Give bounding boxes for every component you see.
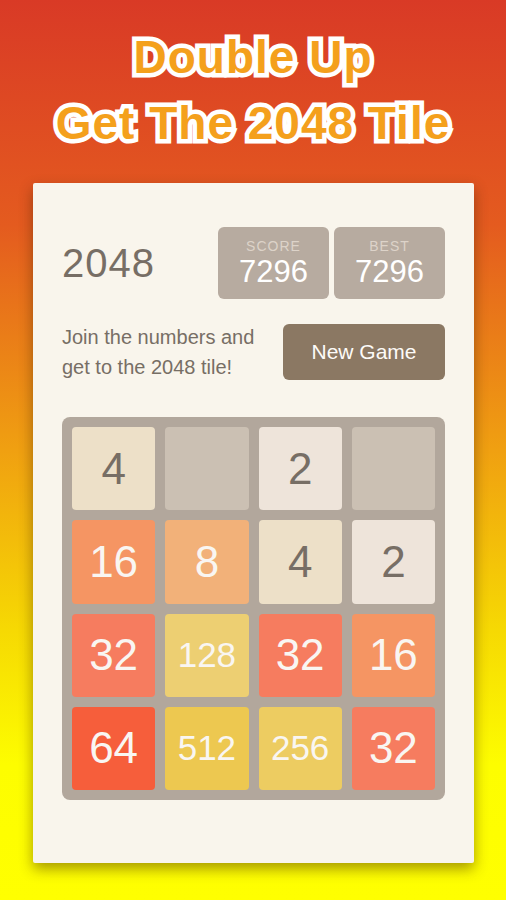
tile-2-r0c2: 2 — [259, 427, 342, 510]
new-game-button[interactable]: New Game — [283, 324, 445, 380]
tile-256-r3c2: 256 — [259, 707, 342, 790]
tile-4-r1c2: 4 — [259, 520, 342, 603]
tile-512-r3c1: 512 — [165, 707, 248, 790]
score-value: 7296 — [218, 254, 329, 290]
intro-line-1: Join the numbers and — [62, 322, 254, 352]
promo-line-1: Double Up — [0, 24, 506, 90]
best-label: BEST — [334, 238, 445, 254]
tile-16-r2c3: 16 — [352, 614, 435, 697]
card-sub-row: Join the numbers and get to the 2048 til… — [62, 322, 445, 382]
tile-32-r2c0: 32 — [72, 614, 155, 697]
tile-4-r0c0: 4 — [72, 427, 155, 510]
tile-8-r1c1: 8 — [165, 520, 248, 603]
score-box: SCORE 7296 — [218, 227, 329, 299]
board[interactable]: 42168423212832166451225632 — [62, 417, 445, 800]
tile-128-r2c1: 128 — [165, 614, 248, 697]
best-box: BEST 7296 — [334, 227, 445, 299]
game-card: 2048 SCORE 7296 BEST 7296 Join the numbe… — [33, 183, 474, 863]
tile-2-r1c3: 2 — [352, 520, 435, 603]
score-label: SCORE — [218, 238, 329, 254]
promo-header: Double Up Get The 2048 Tile — [0, 24, 506, 156]
intro-text: Join the numbers and get to the 2048 til… — [62, 322, 254, 382]
game-title: 2048 — [62, 241, 155, 286]
promo-line-2: Get The 2048 Tile — [0, 90, 506, 156]
tile-64-r3c0: 64 — [72, 707, 155, 790]
tile-16-r1c0: 16 — [72, 520, 155, 603]
empty-cell-r0c3 — [352, 427, 435, 510]
tile-32-r3c3: 32 — [352, 707, 435, 790]
card-header-row: 2048 SCORE 7296 BEST 7296 — [62, 227, 445, 299]
empty-cell-r0c1 — [165, 427, 248, 510]
best-value: 7296 — [334, 254, 445, 290]
tile-32-r2c2: 32 — [259, 614, 342, 697]
intro-line-2: get to the 2048 tile! — [62, 352, 254, 382]
score-panel: SCORE 7296 BEST 7296 — [218, 227, 445, 299]
